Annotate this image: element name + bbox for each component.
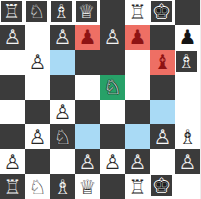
- piece-wQ-d1: ♕: [75, 174, 100, 199]
- piece-wB-c1: ♗: [50, 174, 75, 199]
- square-f7[interactable]: ♟: [125, 25, 150, 50]
- square-e5[interactable]: ♘: [100, 75, 125, 100]
- square-e1[interactable]: [100, 174, 125, 199]
- square-f2[interactable]: ♙: [125, 149, 150, 174]
- square-g5[interactable]: [150, 75, 175, 100]
- piece-wP-f2: ♙: [125, 149, 150, 174]
- piece-wP-b6: ♙: [25, 50, 50, 75]
- piece-wP-c7: ♙: [50, 25, 75, 50]
- piece-wP-b3: ♙: [25, 124, 50, 149]
- square-a1[interactable]: ♖: [0, 174, 25, 199]
- piece-wR-a1: ♖: [0, 174, 25, 199]
- piece-wP-a7: ♙: [0, 25, 25, 50]
- square-a4[interactable]: [0, 100, 25, 125]
- piece-wP-a2: ♙: [0, 149, 25, 174]
- piece-wP-e7: ♙: [100, 25, 125, 50]
- square-e3[interactable]: [100, 124, 125, 149]
- square-h5[interactable]: [175, 75, 200, 100]
- square-h2[interactable]: ♙: [175, 149, 200, 174]
- piece-wP-c4: ♙: [50, 100, 75, 125]
- square-a6[interactable]: [0, 50, 25, 75]
- square-a2[interactable]: ♙: [0, 149, 25, 174]
- piece-wN-b1: ♘: [25, 174, 50, 199]
- square-c5[interactable]: [50, 75, 75, 100]
- square-d5[interactable]: [75, 75, 100, 100]
- square-c1[interactable]: ♗: [50, 174, 75, 199]
- square-h4[interactable]: [175, 100, 200, 125]
- square-d4[interactable]: [75, 100, 100, 125]
- piece-wR-f1: ♖: [125, 174, 150, 199]
- square-d1[interactable]: ♕: [75, 174, 100, 199]
- square-d3[interactable]: [75, 124, 100, 149]
- square-c3[interactable]: ♘: [50, 124, 75, 149]
- square-a5[interactable]: [0, 75, 25, 100]
- square-f1[interactable]: ♖: [125, 174, 150, 199]
- square-g4[interactable]: [150, 100, 175, 125]
- square-e8[interactable]: [100, 0, 125, 25]
- square-c7[interactable]: ♙: [50, 25, 75, 50]
- piece-bP-d7: ♟: [75, 25, 100, 50]
- square-c8[interactable]: ♗: [50, 0, 75, 25]
- square-b2[interactable]: [25, 149, 50, 174]
- square-h1[interactable]: [175, 174, 200, 199]
- square-f3[interactable]: [125, 124, 150, 149]
- piece-wR-f8: ♖: [125, 0, 150, 25]
- square-a3[interactable]: [0, 124, 25, 149]
- square-f6[interactable]: [125, 50, 150, 75]
- square-b3[interactable]: ♙: [25, 124, 50, 149]
- square-b7[interactable]: [25, 25, 50, 50]
- piece-wN-b8: ♘: [26, 1, 47, 22]
- square-f4[interactable]: [125, 100, 150, 125]
- piece-wR-a8: ♖: [1, 1, 22, 22]
- square-b6[interactable]: ♙: [25, 50, 50, 75]
- square-g8[interactable]: ♚: [150, 0, 175, 25]
- square-d8[interactable]: ♕: [75, 0, 100, 25]
- square-d7[interactable]: ♟: [75, 25, 100, 50]
- square-d2[interactable]: ♙: [75, 149, 100, 174]
- square-b1[interactable]: ♘: [25, 174, 50, 199]
- square-g2[interactable]: [150, 149, 175, 174]
- piece-wN-e5: ♘: [100, 75, 125, 100]
- piece-wB-c8: ♗: [51, 1, 72, 22]
- square-f5[interactable]: [125, 75, 150, 100]
- piece-bB-g6: ♝: [150, 50, 175, 75]
- square-e2[interactable]: ♙: [100, 149, 125, 174]
- piece-wP-d2: ♙: [75, 149, 100, 174]
- piece-wN-c3: ♘: [50, 124, 75, 149]
- piece-bK-g1: ♚: [151, 175, 172, 196]
- square-a7[interactable]: ♙: [0, 25, 25, 50]
- square-d6[interactable]: [75, 50, 100, 75]
- square-e6[interactable]: [100, 50, 125, 75]
- square-e4[interactable]: [100, 100, 125, 125]
- piece-wP-e2: ♙: [100, 149, 125, 174]
- square-f8[interactable]: ♖: [125, 0, 150, 25]
- square-g7[interactable]: [150, 25, 175, 50]
- square-h6[interactable]: ♗: [175, 50, 200, 75]
- square-c6[interactable]: [50, 50, 75, 75]
- piece-bK-g8: ♚: [151, 1, 172, 22]
- square-c2[interactable]: [50, 149, 75, 174]
- piece-wB-h3: ♗: [175, 124, 200, 149]
- square-e7[interactable]: ♙: [100, 25, 125, 50]
- piece-wB-h6: ♗: [176, 51, 197, 72]
- square-g6[interactable]: ♝: [150, 50, 175, 75]
- square-g3[interactable]: ♙: [150, 124, 175, 149]
- square-h7[interactable]: ♟: [175, 25, 200, 50]
- piece-wP-h2: ♙: [175, 149, 200, 174]
- piece-wQ-d8: ♕: [76, 1, 97, 22]
- square-b8[interactable]: ♘: [25, 0, 50, 25]
- piece-bP-f7: ♟: [125, 25, 150, 50]
- square-h3[interactable]: ♗: [175, 124, 200, 149]
- square-h8[interactable]: [175, 0, 200, 25]
- square-a8[interactable]: ♖: [0, 0, 25, 25]
- square-b5[interactable]: [25, 75, 50, 100]
- square-b4[interactable]: [25, 100, 50, 125]
- chess-board: ♖♘♗♕♖♚♙♙♟♙♟♟♙♝♗♘♙♙♘♙♗♙♙♙♙♙♖♘♗♕♖♚: [0, 0, 201, 199]
- square-c4[interactable]: ♙: [50, 100, 75, 125]
- piece-wP-g3: ♙: [150, 124, 175, 149]
- square-g1[interactable]: ♚: [150, 174, 175, 199]
- piece-bP-h7: ♟: [175, 25, 200, 50]
